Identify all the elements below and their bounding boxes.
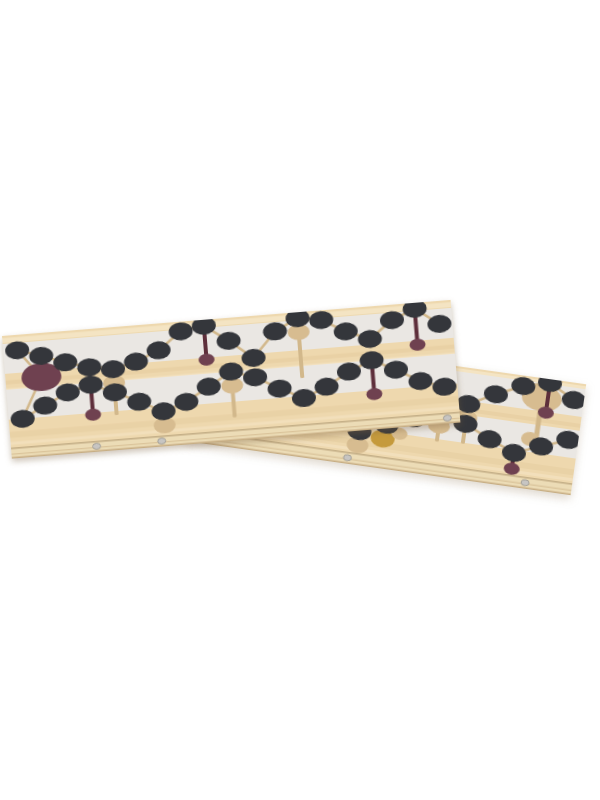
screw [343, 454, 352, 461]
screw [521, 479, 530, 486]
boards-scene [0, 0, 600, 800]
screw [92, 443, 100, 450]
screw [158, 438, 166, 445]
product-photo-page [0, 0, 600, 800]
screw [443, 415, 451, 422]
